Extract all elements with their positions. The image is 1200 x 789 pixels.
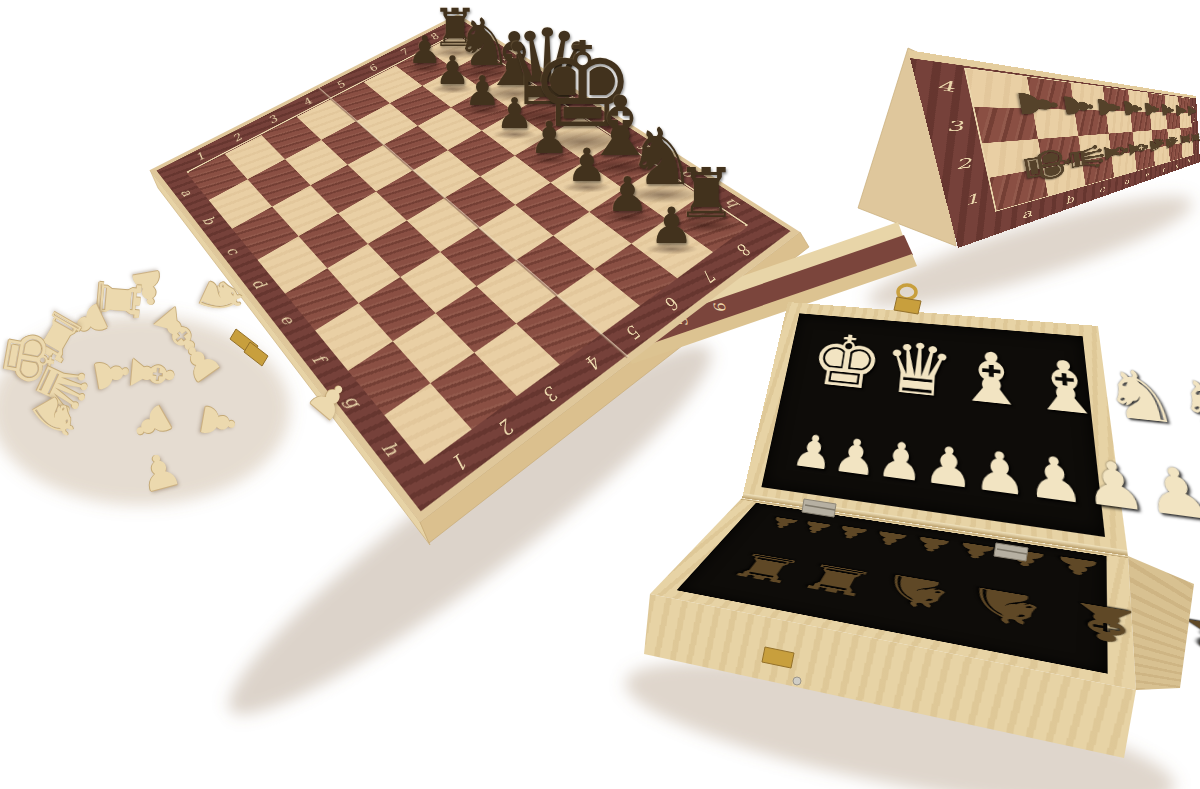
white-pawn: ♟ [193,399,243,445]
white-pawn: ♟ [301,370,360,429]
white-pieces-pile: ♜♟♟♝♞♟♚♜♛♟♝♟♞♟♟♟ [0,0,1200,789]
chess-set-product-photo: 456 abcdefgh abcdefgh 87654321 87654321 … [0,0,1200,789]
white-pawn: ♟ [134,444,186,499]
white-bishop: ♝ [121,346,183,403]
